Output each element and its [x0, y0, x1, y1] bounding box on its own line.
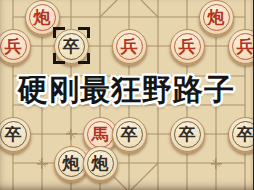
piece-red-soldier[interactable]: 兵 — [228, 29, 254, 64]
piece-black-cannon[interactable]: 炮 — [83, 146, 118, 181]
piece-glyph: 兵 — [179, 37, 196, 54]
piece-black-soldier[interactable]: 卒 — [112, 117, 147, 152]
piece-glyph: 卒 — [237, 125, 254, 142]
piece-glyph: 馬 — [92, 125, 109, 142]
piece-red-soldier[interactable]: 兵 — [0, 29, 31, 64]
piece-glyph: 炮 — [92, 155, 109, 172]
piece-glyph: 炮 — [208, 8, 225, 25]
piece-glyph: 炮 — [34, 8, 51, 25]
caption-overlay: 硬刚最狂野路子 — [18, 71, 235, 109]
piece-black-soldier[interactable]: 卒 — [228, 117, 254, 152]
piece-red-soldier[interactable]: 兵 — [170, 29, 205, 64]
piece-red-cannon[interactable]: 炮 — [25, 0, 60, 35]
xiangqi-board-screenshot: 炮炮兵卒兵兵兵卒馬卒卒卒炮炮 硬刚最狂野路子 — [0, 0, 253, 190]
piece-glyph: 卒 — [179, 125, 196, 142]
piece-red-cannon[interactable]: 炮 — [199, 0, 234, 35]
piece-red-soldier[interactable]: 兵 — [112, 29, 147, 64]
piece-black-soldier[interactable]: 卒 — [170, 117, 205, 152]
piece-glyph: 兵 — [5, 37, 22, 54]
piece-black-soldier[interactable]: 卒 — [54, 29, 89, 64]
piece-black-soldier[interactable]: 卒 — [0, 117, 31, 152]
piece-glyph: 卒 — [63, 37, 80, 54]
piece-glyph: 兵 — [121, 37, 138, 54]
piece-glyph: 炮 — [63, 155, 80, 172]
piece-glyph: 兵 — [237, 37, 254, 54]
piece-glyph: 卒 — [121, 125, 138, 142]
piece-glyph: 卒 — [5, 125, 22, 142]
